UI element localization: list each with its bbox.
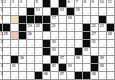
cell-r2c10[interactable] (75, 16, 83, 24)
cell-r0c7[interactable] (51, 0, 59, 8)
cell-r6c2[interactable] (11, 48, 19, 56)
black-cell-r0c6 (43, 0, 51, 8)
black-cell-r7c12 (91, 56, 99, 64)
cell-r1c12[interactable] (91, 8, 99, 16)
clue-number: 30 (52, 40, 56, 44)
clue-number: 21 (52, 24, 56, 28)
cell-r1c13[interactable] (99, 8, 107, 16)
cell-r6c11[interactable]: 34 (83, 48, 91, 56)
black-cell-r1c9 (67, 8, 75, 16)
cell-r2c12[interactable] (91, 16, 99, 24)
clue-number: 11 (108, 0, 112, 4)
cell-r6c5[interactable] (35, 48, 43, 56)
clue-number: 26 (28, 32, 32, 36)
cell-r0c14[interactable]: 11 (107, 0, 115, 8)
clue-number: 5 (36, 0, 38, 4)
black-cell-r9c5 (35, 72, 43, 80)
cell-r4c12[interactable]: 27 (91, 32, 99, 40)
black-cell-r3c6 (43, 24, 51, 32)
clue-number: 19 (28, 24, 32, 28)
black-cell-r3c14 (107, 24, 115, 32)
clue-number: 8 (84, 0, 86, 4)
cell-r5c5[interactable] (35, 40, 43, 48)
black-cell-r2c6 (43, 16, 51, 24)
cell-r3c2[interactable] (11, 24, 19, 32)
cell-r2c1[interactable] (3, 16, 11, 24)
cell-r6c14[interactable] (107, 48, 115, 56)
cell-r2c8[interactable] (59, 16, 67, 24)
clue-number: 39 (100, 56, 104, 60)
cell-r3c4[interactable]: 19 (27, 24, 35, 32)
cell-r7c10[interactable]: 38 (75, 56, 83, 64)
cell-r4c1[interactable]: 25 (3, 32, 11, 40)
cell-r5c2[interactable] (11, 40, 19, 48)
cell-r4c9[interactable] (67, 32, 75, 40)
black-cell-r5c6 (43, 40, 51, 48)
black-cell-r2c4 (27, 16, 35, 24)
cell-r4c4[interactable]: 26 (27, 32, 35, 40)
cell-r0c3[interactable]: 4 (19, 0, 27, 8)
cell-r1c2[interactable] (11, 8, 19, 16)
cell-r1c10[interactable]: 15 (75, 8, 83, 16)
cell-r6c12[interactable] (91, 48, 99, 56)
black-cell-r2c13 (99, 16, 107, 24)
black-cell-r3c11 (83, 24, 91, 32)
black-cell-r4c3 (19, 32, 27, 40)
clue-number: 44 (100, 64, 104, 68)
clue-number: 48 (92, 72, 96, 76)
cell-r0c9[interactable]: 6 (67, 0, 75, 8)
cell-r1c14[interactable] (107, 8, 115, 16)
cell-r8c4[interactable] (27, 64, 35, 72)
black-cell-r3c3 (19, 24, 27, 32)
cell-r8c9[interactable]: 43 (67, 64, 75, 72)
crossword-grid: 1234567891011121314151617181920212223242… (0, 0, 115, 80)
black-cell-r3c1 (3, 24, 11, 32)
clue-number: 25 (4, 32, 8, 36)
clue-number: 17 (52, 16, 56, 20)
clue-number: 34 (84, 48, 88, 52)
cell-r5c7[interactable]: 30 (51, 40, 59, 48)
cell-r5c4[interactable] (27, 40, 35, 48)
black-cell-r1c4 (27, 8, 35, 16)
cell-r3c10[interactable] (75, 24, 83, 32)
cell-r6c1[interactable] (3, 48, 11, 56)
cell-r5c9[interactable] (67, 40, 75, 48)
cell-r0c4[interactable] (27, 0, 35, 8)
cell-r8c11[interactable] (83, 64, 91, 72)
clue-number: 13 (36, 8, 40, 12)
cell-r1c11[interactable] (83, 8, 91, 16)
cell-r0c2[interactable]: 3 (11, 0, 19, 8)
black-cell-r4c11 (83, 32, 91, 40)
cell-r7c11[interactable] (83, 56, 91, 64)
clue-number: 46 (44, 72, 48, 76)
cell-r7c3[interactable]: 36 (19, 56, 27, 64)
clue-number: 33 (52, 48, 56, 52)
cell-r9c4[interactable] (27, 72, 35, 80)
cell-r9c13[interactable] (99, 72, 107, 80)
cell-r0c13[interactable]: 10 (99, 0, 107, 8)
cell-r7c13[interactable]: 39 (99, 56, 107, 64)
cell-r9c9[interactable] (67, 72, 75, 80)
cell-r8c13[interactable]: 44 (99, 64, 107, 72)
black-cell-r6c6 (43, 48, 51, 56)
cell-r7c14[interactable] (107, 56, 115, 64)
cell-r7c8[interactable]: 37 (59, 56, 67, 64)
cell-r9c8[interactable]: 47 (59, 72, 67, 80)
selected-cell-cream-r2c2[interactable] (11, 16, 19, 24)
cell-r3c13[interactable]: 23 (99, 24, 107, 32)
cell-r0c1[interactable]: 2 (3, 0, 11, 8)
cell-r4c14[interactable]: 28 (107, 32, 115, 40)
cell-r3c5[interactable]: 20 (35, 24, 43, 32)
clue-number: 42 (52, 64, 56, 68)
cell-r6c3[interactable] (19, 48, 27, 56)
cell-r3c7[interactable]: 21 (51, 24, 59, 32)
clue-number: 7 (76, 0, 78, 4)
cell-r8c2[interactable]: 41 (11, 64, 19, 72)
cell-r8c10[interactable] (75, 64, 83, 72)
cell-r7c5[interactable] (35, 56, 43, 64)
cell-r0c11[interactable]: 8 (83, 0, 91, 8)
cell-r2c7[interactable]: 17 (51, 16, 59, 24)
black-cell-r9c11 (83, 72, 91, 80)
clue-number: 10 (100, 0, 104, 4)
black-cell-r8c12 (91, 64, 99, 72)
cell-r5c3[interactable] (19, 40, 27, 48)
cell-r6c7[interactable]: 33 (51, 48, 59, 56)
clue-number: 15 (76, 8, 80, 12)
cell-r6c9[interactable] (67, 48, 75, 56)
clue-number: 31 (92, 40, 96, 44)
clue-number: 14 (60, 8, 64, 12)
cell-r5c13[interactable] (99, 40, 107, 48)
cell-r4c13[interactable] (99, 32, 107, 40)
cell-r5c14[interactable] (107, 40, 115, 48)
cell-r4c10[interactable] (75, 32, 83, 40)
cell-r7c9[interactable] (67, 56, 75, 64)
cell-r4c5[interactable] (35, 32, 43, 40)
cell-r5c12[interactable]: 31 (91, 40, 99, 48)
cell-r9c1[interactable] (3, 72, 11, 80)
clue-number: 20 (36, 24, 40, 28)
black-cell-r2c3 (19, 16, 27, 24)
cell-r8c14[interactable] (107, 64, 115, 72)
clue-number: 37 (60, 56, 64, 60)
cell-r7c6[interactable] (43, 56, 51, 64)
clue-number: 43 (68, 64, 72, 68)
clue-number: 9 (92, 0, 94, 4)
cell-r9c6[interactable]: 46 (43, 72, 51, 80)
black-cell-r7c7 (51, 56, 59, 64)
cell-r7c4[interactable] (27, 56, 35, 64)
cell-r0c12[interactable]: 9 (91, 0, 99, 8)
cell-r9c3[interactable] (19, 72, 27, 80)
cell-r2c14[interactable] (107, 16, 115, 24)
cell-r8c5[interactable] (35, 64, 43, 72)
cell-r9c7[interactable] (51, 72, 59, 80)
clue-number: 2 (4, 0, 6, 4)
cell-r4c7[interactable] (51, 32, 59, 40)
cell-r1c3[interactable] (19, 8, 27, 16)
clue-number: 3 (12, 0, 14, 4)
cell-r9c12[interactable]: 48 (91, 72, 99, 80)
cell-r5c10[interactable] (75, 40, 83, 48)
cell-r4c6[interactable] (43, 32, 51, 40)
cell-r0c5[interactable]: 5 (35, 0, 43, 8)
black-cell-r8c6 (43, 64, 51, 72)
cell-r3c8[interactable] (59, 24, 67, 32)
clue-number: 27 (92, 32, 96, 36)
cell-r8c7[interactable]: 42 (51, 64, 59, 72)
cell-r2c9[interactable]: 18 (67, 16, 75, 24)
clue-number: 4 (20, 0, 22, 4)
clue-number: 41 (12, 64, 16, 68)
cell-r0c10[interactable]: 7 (75, 0, 83, 8)
black-cell-r2c5 (35, 16, 43, 24)
cell-r3c9[interactable] (67, 24, 75, 32)
black-cell-r1c7 (51, 8, 59, 16)
clue-number: 28 (108, 32, 112, 36)
cell-r6c8[interactable] (59, 48, 67, 56)
cell-r5c8[interactable] (59, 40, 67, 48)
cell-r1c8[interactable]: 14 (59, 8, 67, 16)
cell-r8c3[interactable] (19, 64, 27, 72)
cell-r6c4[interactable] (27, 48, 35, 56)
cell-r5c1[interactable] (3, 40, 11, 48)
cell-r8c1[interactable] (3, 64, 11, 72)
cell-r9c2[interactable] (11, 72, 19, 80)
clue-number: 18 (68, 16, 72, 20)
cell-r1c6[interactable] (43, 8, 51, 16)
black-cell-r9c10 (75, 72, 83, 80)
cell-r1c5[interactable]: 13 (35, 8, 43, 16)
cell-r7c1[interactable] (3, 56, 11, 64)
cell-r4c8[interactable] (59, 32, 67, 40)
cell-r2c11[interactable] (83, 16, 91, 24)
clue-number: 36 (20, 56, 24, 60)
cell-r3c12[interactable]: 22 (91, 24, 99, 32)
cell-r1c1[interactable] (3, 8, 11, 16)
black-cell-r7c2 (11, 56, 19, 64)
selected-cell-pink-r4c2[interactable] (11, 32, 19, 40)
black-cell-r0c8 (59, 0, 67, 8)
cell-r6c13[interactable] (99, 48, 107, 56)
black-cell-r8c8 (59, 64, 67, 72)
clue-number: 38 (76, 56, 80, 60)
clue-number: 6 (68, 0, 70, 4)
clue-number: 22 (92, 24, 96, 28)
black-cell-r6c10 (75, 48, 83, 56)
cell-r9c14[interactable] (107, 72, 115, 80)
clue-number: 23 (100, 24, 104, 28)
black-cell-r5c11 (83, 40, 91, 48)
clue-number: 47 (60, 72, 64, 76)
